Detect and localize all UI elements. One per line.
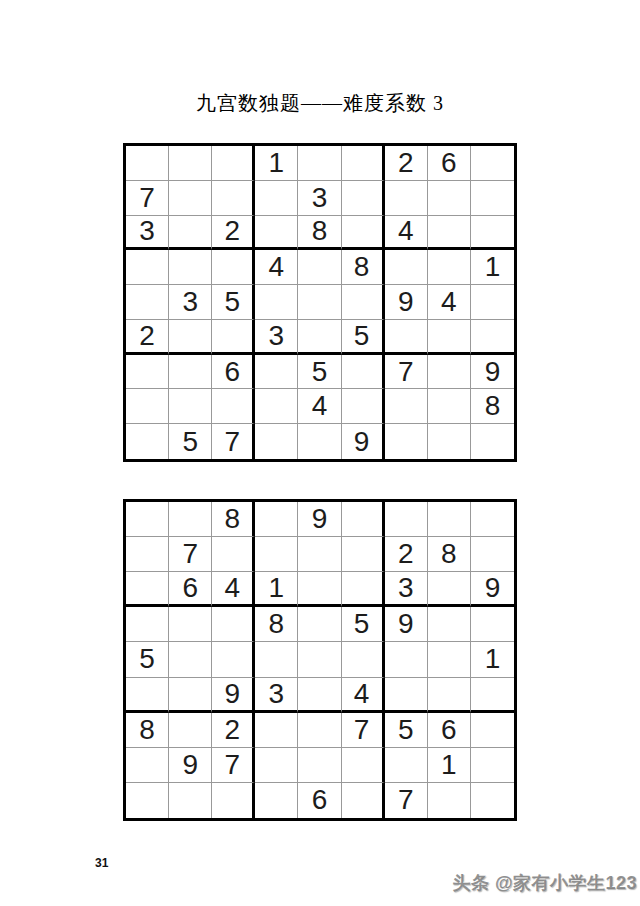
cell-r6c9[interactable] (471, 320, 514, 355)
cell-r3c9: 9 (471, 572, 514, 607)
cell-r1c7[interactable] (385, 502, 428, 537)
cell-r8c5[interactable] (298, 748, 341, 783)
cell-r2c6[interactable] (342, 537, 385, 572)
cell-r4c4: 4 (255, 250, 298, 285)
cell-r7c4[interactable] (255, 355, 298, 390)
cell-r4c4: 8 (255, 607, 298, 642)
cell-r6c5[interactable] (298, 678, 341, 713)
cell-r4c3[interactable] (212, 607, 255, 642)
cell-r1c2[interactable] (169, 502, 212, 537)
cell-r3c6[interactable] (342, 572, 385, 607)
cell-r2c6[interactable] (342, 181, 385, 216)
cell-r1c8: 6 (428, 146, 471, 181)
cell-r3c8[interactable] (428, 572, 471, 607)
cell-r3c5: 8 (298, 216, 341, 251)
cell-r9c4[interactable] (255, 424, 298, 459)
cell-r8c8[interactable] (428, 389, 471, 424)
cell-r3c7: 3 (385, 572, 428, 607)
cell-r4c8[interactable] (428, 250, 471, 285)
cell-r1c3: 8 (212, 502, 255, 537)
cell-r9c7[interactable] (385, 424, 428, 459)
cell-r5c1[interactable] (126, 285, 169, 320)
worksheet-page: 九宫数独题——难度系数 3 12673328448135942356579485… (0, 0, 640, 906)
cell-r9c9[interactable] (471, 424, 514, 459)
cell-r7c7: 5 (385, 713, 428, 748)
cell-r7c5: 5 (298, 355, 341, 390)
cell-r3c3: 2 (212, 216, 255, 251)
cell-r9c8[interactable] (428, 783, 471, 818)
cell-r9c3: 7 (212, 424, 255, 459)
cell-r1c3[interactable] (212, 146, 255, 181)
cell-r4c5[interactable] (298, 607, 341, 642)
cell-r1c1[interactable] (126, 502, 169, 537)
cell-r1c5[interactable] (298, 146, 341, 181)
cell-r6c4: 3 (255, 320, 298, 355)
cell-r7c8: 6 (428, 713, 471, 748)
cell-r7c2[interactable] (169, 713, 212, 748)
cell-r5c3[interactable] (212, 642, 255, 677)
cell-r2c5[interactable] (298, 537, 341, 572)
cell-r2c2: 7 (169, 537, 212, 572)
cell-r2c5: 3 (298, 181, 341, 216)
cell-r7c2[interactable] (169, 355, 212, 390)
cell-r2c8: 8 (428, 537, 471, 572)
cell-r7c1: 8 (126, 713, 169, 748)
cell-r3c6[interactable] (342, 216, 385, 251)
cell-r2c1[interactable] (126, 537, 169, 572)
cell-r5c6[interactable] (342, 285, 385, 320)
cell-r5c5[interactable] (298, 642, 341, 677)
cell-r8c5: 4 (298, 389, 341, 424)
cell-r5c3: 5 (212, 285, 255, 320)
cell-r5c5[interactable] (298, 285, 341, 320)
cell-r8c1[interactable] (126, 389, 169, 424)
cell-r1c2[interactable] (169, 146, 212, 181)
cell-r3c2[interactable] (169, 216, 212, 251)
cell-r6c9[interactable] (471, 678, 514, 713)
cell-r5c6[interactable] (342, 642, 385, 677)
cell-r2c4[interactable] (255, 181, 298, 216)
cell-r3c2: 6 (169, 572, 212, 607)
cell-r2c9[interactable] (471, 537, 514, 572)
cell-r4c9: 1 (471, 250, 514, 285)
cell-r2c3[interactable] (212, 181, 255, 216)
cell-r8c8: 1 (428, 748, 471, 783)
cell-r2c7: 2 (385, 537, 428, 572)
cell-r8c4[interactable] (255, 748, 298, 783)
cell-r8c6[interactable] (342, 748, 385, 783)
watermark: 头条 @家有小学生123 (452, 871, 637, 895)
cell-r3c1[interactable] (126, 572, 169, 607)
cell-r4c6: 8 (342, 250, 385, 285)
cell-r6c7[interactable] (385, 678, 428, 713)
page-number: 31 (95, 856, 108, 870)
cell-r5c8[interactable] (428, 642, 471, 677)
cell-r8c9[interactable] (471, 748, 514, 783)
cell-r6c5[interactable] (298, 320, 341, 355)
cell-r9c6: 9 (342, 424, 385, 459)
cell-r7c7: 7 (385, 355, 428, 390)
cell-r8c2[interactable] (169, 389, 212, 424)
cell-r6c7[interactable] (385, 320, 428, 355)
cell-r4c3[interactable] (212, 250, 255, 285)
cell-r4c2[interactable] (169, 250, 212, 285)
cell-r2c2[interactable] (169, 181, 212, 216)
cell-r5c8: 4 (428, 285, 471, 320)
cell-r1c9[interactable] (471, 146, 514, 181)
cell-r5c7: 9 (385, 285, 428, 320)
cell-r9c3[interactable] (212, 783, 255, 818)
cell-r3c7: 4 (385, 216, 428, 251)
sudoku-grid-1: 1267332844813594235657948579 (123, 143, 517, 462)
cell-r4c1[interactable] (126, 250, 169, 285)
cell-r8c2: 9 (169, 748, 212, 783)
cell-r5c2: 3 (169, 285, 212, 320)
cell-r1c4: 1 (255, 146, 298, 181)
cell-r6c2[interactable] (169, 320, 212, 355)
cell-r7c3: 6 (212, 355, 255, 390)
cell-r7c3: 2 (212, 713, 255, 748)
cell-r1c5: 9 (298, 502, 341, 537)
cell-r8c7[interactable] (385, 748, 428, 783)
cell-r9c6[interactable] (342, 783, 385, 818)
sudoku-grid-2: 8972864139859519348275697167 (123, 499, 517, 821)
cell-r7c6[interactable] (342, 355, 385, 390)
cell-r4c6: 5 (342, 607, 385, 642)
cell-r7c4[interactable] (255, 713, 298, 748)
cell-r3c4[interactable] (255, 216, 298, 251)
page-title: 九宫数独题——难度系数 3 (0, 90, 640, 117)
cell-r4c7: 9 (385, 607, 428, 642)
cell-r7c8[interactable] (428, 355, 471, 390)
cell-r1c8[interactable] (428, 502, 471, 537)
cell-r1c6[interactable] (342, 502, 385, 537)
cell-r6c8[interactable] (428, 320, 471, 355)
cell-r9c9[interactable] (471, 783, 514, 818)
cell-r2c7[interactable] (385, 181, 428, 216)
cell-r1c7: 2 (385, 146, 428, 181)
cell-r2c1: 7 (126, 181, 169, 216)
cell-r1c6[interactable] (342, 146, 385, 181)
cell-r8c6[interactable] (342, 389, 385, 424)
cell-r5c1: 5 (126, 642, 169, 677)
cell-r9c5: 6 (298, 783, 341, 818)
cell-r9c1[interactable] (126, 783, 169, 818)
cell-r6c3: 9 (212, 678, 255, 713)
cell-r3c8[interactable] (428, 216, 471, 251)
cell-r3c3: 4 (212, 572, 255, 607)
cell-r7c1[interactable] (126, 355, 169, 390)
cell-r4c8[interactable] (428, 607, 471, 642)
cell-r5c4[interactable] (255, 285, 298, 320)
cell-r7c5[interactable] (298, 713, 341, 748)
cell-r6c1: 2 (126, 320, 169, 355)
cell-r2c9[interactable] (471, 181, 514, 216)
cell-r9c4[interactable] (255, 783, 298, 818)
cell-r7c6: 7 (342, 713, 385, 748)
cell-r2c8[interactable] (428, 181, 471, 216)
cell-r5c4[interactable] (255, 642, 298, 677)
cell-r5c9: 1 (471, 642, 514, 677)
cell-r4c1[interactable] (126, 607, 169, 642)
cell-r1c1[interactable] (126, 146, 169, 181)
cell-r9c2: 5 (169, 424, 212, 459)
cell-r8c4[interactable] (255, 389, 298, 424)
cell-r9c5[interactable] (298, 424, 341, 459)
cell-r6c1[interactable] (126, 678, 169, 713)
cell-r8c3[interactable] (212, 389, 255, 424)
cell-r7c9: 9 (471, 355, 514, 390)
cell-r3c5[interactable] (298, 572, 341, 607)
cell-r6c2[interactable] (169, 678, 212, 713)
cell-r8c9: 8 (471, 389, 514, 424)
cell-r9c2[interactable] (169, 783, 212, 818)
cell-r5c7[interactable] (385, 642, 428, 677)
cell-r9c8[interactable] (428, 424, 471, 459)
cell-r1c9[interactable] (471, 502, 514, 537)
cell-r6c8[interactable] (428, 678, 471, 713)
cell-r7c9[interactable] (471, 713, 514, 748)
cell-r8c1[interactable] (126, 748, 169, 783)
cell-r4c7[interactable] (385, 250, 428, 285)
cell-r6c6: 4 (342, 678, 385, 713)
cell-r4c5[interactable] (298, 250, 341, 285)
cell-r9c1[interactable] (126, 424, 169, 459)
cell-r2c3[interactable] (212, 537, 255, 572)
cell-r1c4[interactable] (255, 502, 298, 537)
cell-r8c3: 7 (212, 748, 255, 783)
cell-r5c2[interactable] (169, 642, 212, 677)
cell-r3c9[interactable] (471, 216, 514, 251)
cell-r6c3[interactable] (212, 320, 255, 355)
cell-r4c2[interactable] (169, 607, 212, 642)
cell-r5c9[interactable] (471, 285, 514, 320)
cell-r3c1: 3 (126, 216, 169, 251)
cell-r2c4[interactable] (255, 537, 298, 572)
cell-r8c7[interactable] (385, 389, 428, 424)
cell-r6c4: 3 (255, 678, 298, 713)
cell-r3c4: 1 (255, 572, 298, 607)
cell-r9c7: 7 (385, 783, 428, 818)
cell-r4c9[interactable] (471, 607, 514, 642)
cell-r6c6: 5 (342, 320, 385, 355)
